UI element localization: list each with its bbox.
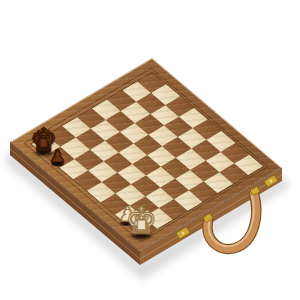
product-photo-scene: ♜♞♝♛♚♝♞♜♟♟♟♟♟♟♟♟♟♟♟♟♟♟♟♟♜♞♝♛♚♝♞♜ (0, 0, 300, 300)
